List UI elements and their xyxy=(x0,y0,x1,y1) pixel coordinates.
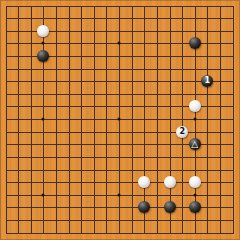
stone-white-P9[interactable]: 2 xyxy=(176,126,188,138)
move-number-label: 1 xyxy=(205,77,211,85)
stone-white-O5[interactable] xyxy=(164,176,176,188)
grid-line-vertical xyxy=(157,6,158,234)
stone-black-Q16[interactable] xyxy=(189,37,201,49)
move-number-label: 2 xyxy=(179,128,185,136)
stone-white-Q11[interactable] xyxy=(189,100,201,112)
grid-line-vertical xyxy=(220,6,221,234)
grid-line-horizontal xyxy=(6,220,234,221)
grid-line-horizontal xyxy=(6,157,234,158)
stone-black-R13[interactable]: 1 xyxy=(201,75,213,87)
stone-white-M5[interactable] xyxy=(138,176,150,188)
grid-line-vertical xyxy=(182,6,183,234)
stone-black-M3[interactable] xyxy=(138,201,150,213)
stone-white-Q5[interactable] xyxy=(189,176,201,188)
grid-line-horizontal xyxy=(6,170,234,171)
triangle-mark-icon: △ xyxy=(191,139,198,148)
stone-black-O3[interactable] xyxy=(164,201,176,213)
grid-line-vertical xyxy=(132,6,133,234)
grid-line-horizontal xyxy=(6,132,234,133)
grid-line-vertical xyxy=(170,6,171,234)
star-point xyxy=(118,118,121,121)
stone-black-Q8[interactable]: △ xyxy=(189,138,201,150)
star-point xyxy=(42,193,45,196)
star-point xyxy=(118,42,121,45)
grid-line-horizontal xyxy=(6,233,234,234)
grid-line-vertical xyxy=(233,6,234,234)
stone-white-D17[interactable] xyxy=(37,25,49,37)
stone-black-Q3[interactable] xyxy=(189,201,201,213)
star-point xyxy=(193,118,196,121)
star-point xyxy=(118,193,121,196)
stone-black-D15[interactable] xyxy=(37,50,49,62)
grid-line-vertical xyxy=(144,6,145,234)
grid-line-vertical xyxy=(207,6,208,234)
star-point xyxy=(193,193,196,196)
go-board[interactable]: 12△ xyxy=(0,0,240,240)
star-point xyxy=(42,118,45,121)
star-point xyxy=(42,42,45,45)
